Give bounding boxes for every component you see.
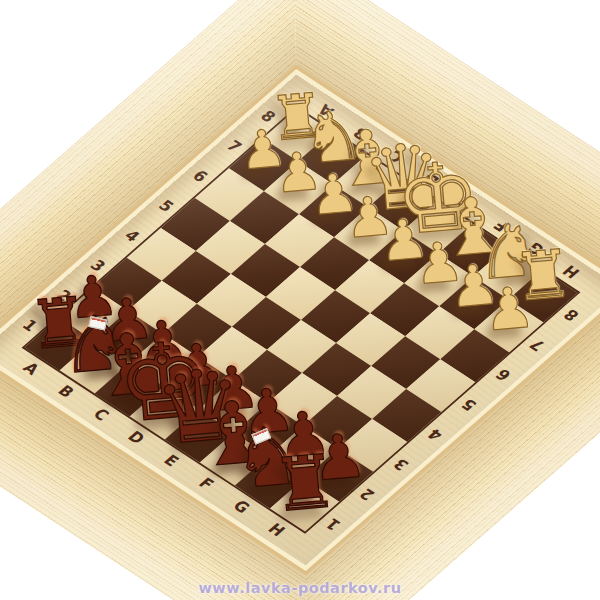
rank-label-right-6: 6 — [492, 365, 515, 384]
rank-label-right-4: 4 — [424, 425, 447, 444]
pawn-glyph: ♟ — [481, 278, 537, 339]
rank-label-left-5: 5 — [155, 196, 178, 215]
rank-label-left-6: 6 — [189, 166, 212, 185]
watermark: www.lavka-podarkov.ru — [198, 580, 401, 596]
rank-label-right-5: 5 — [458, 395, 481, 414]
rank-label-right-3: 3 — [390, 455, 413, 474]
rank-label-left-4: 4 — [121, 226, 144, 245]
piece-dark-rook-h1[interactable]: ♜ — [269, 444, 341, 522]
piece-light-pawn-h7[interactable]: ♟ — [481, 278, 537, 339]
rook-glyph: ♜ — [269, 444, 341, 522]
photo-scene: AABBCCDDEEFFGGHH8877665544332211 ♜♞♝♛♚♝♞… — [0, 0, 600, 600]
